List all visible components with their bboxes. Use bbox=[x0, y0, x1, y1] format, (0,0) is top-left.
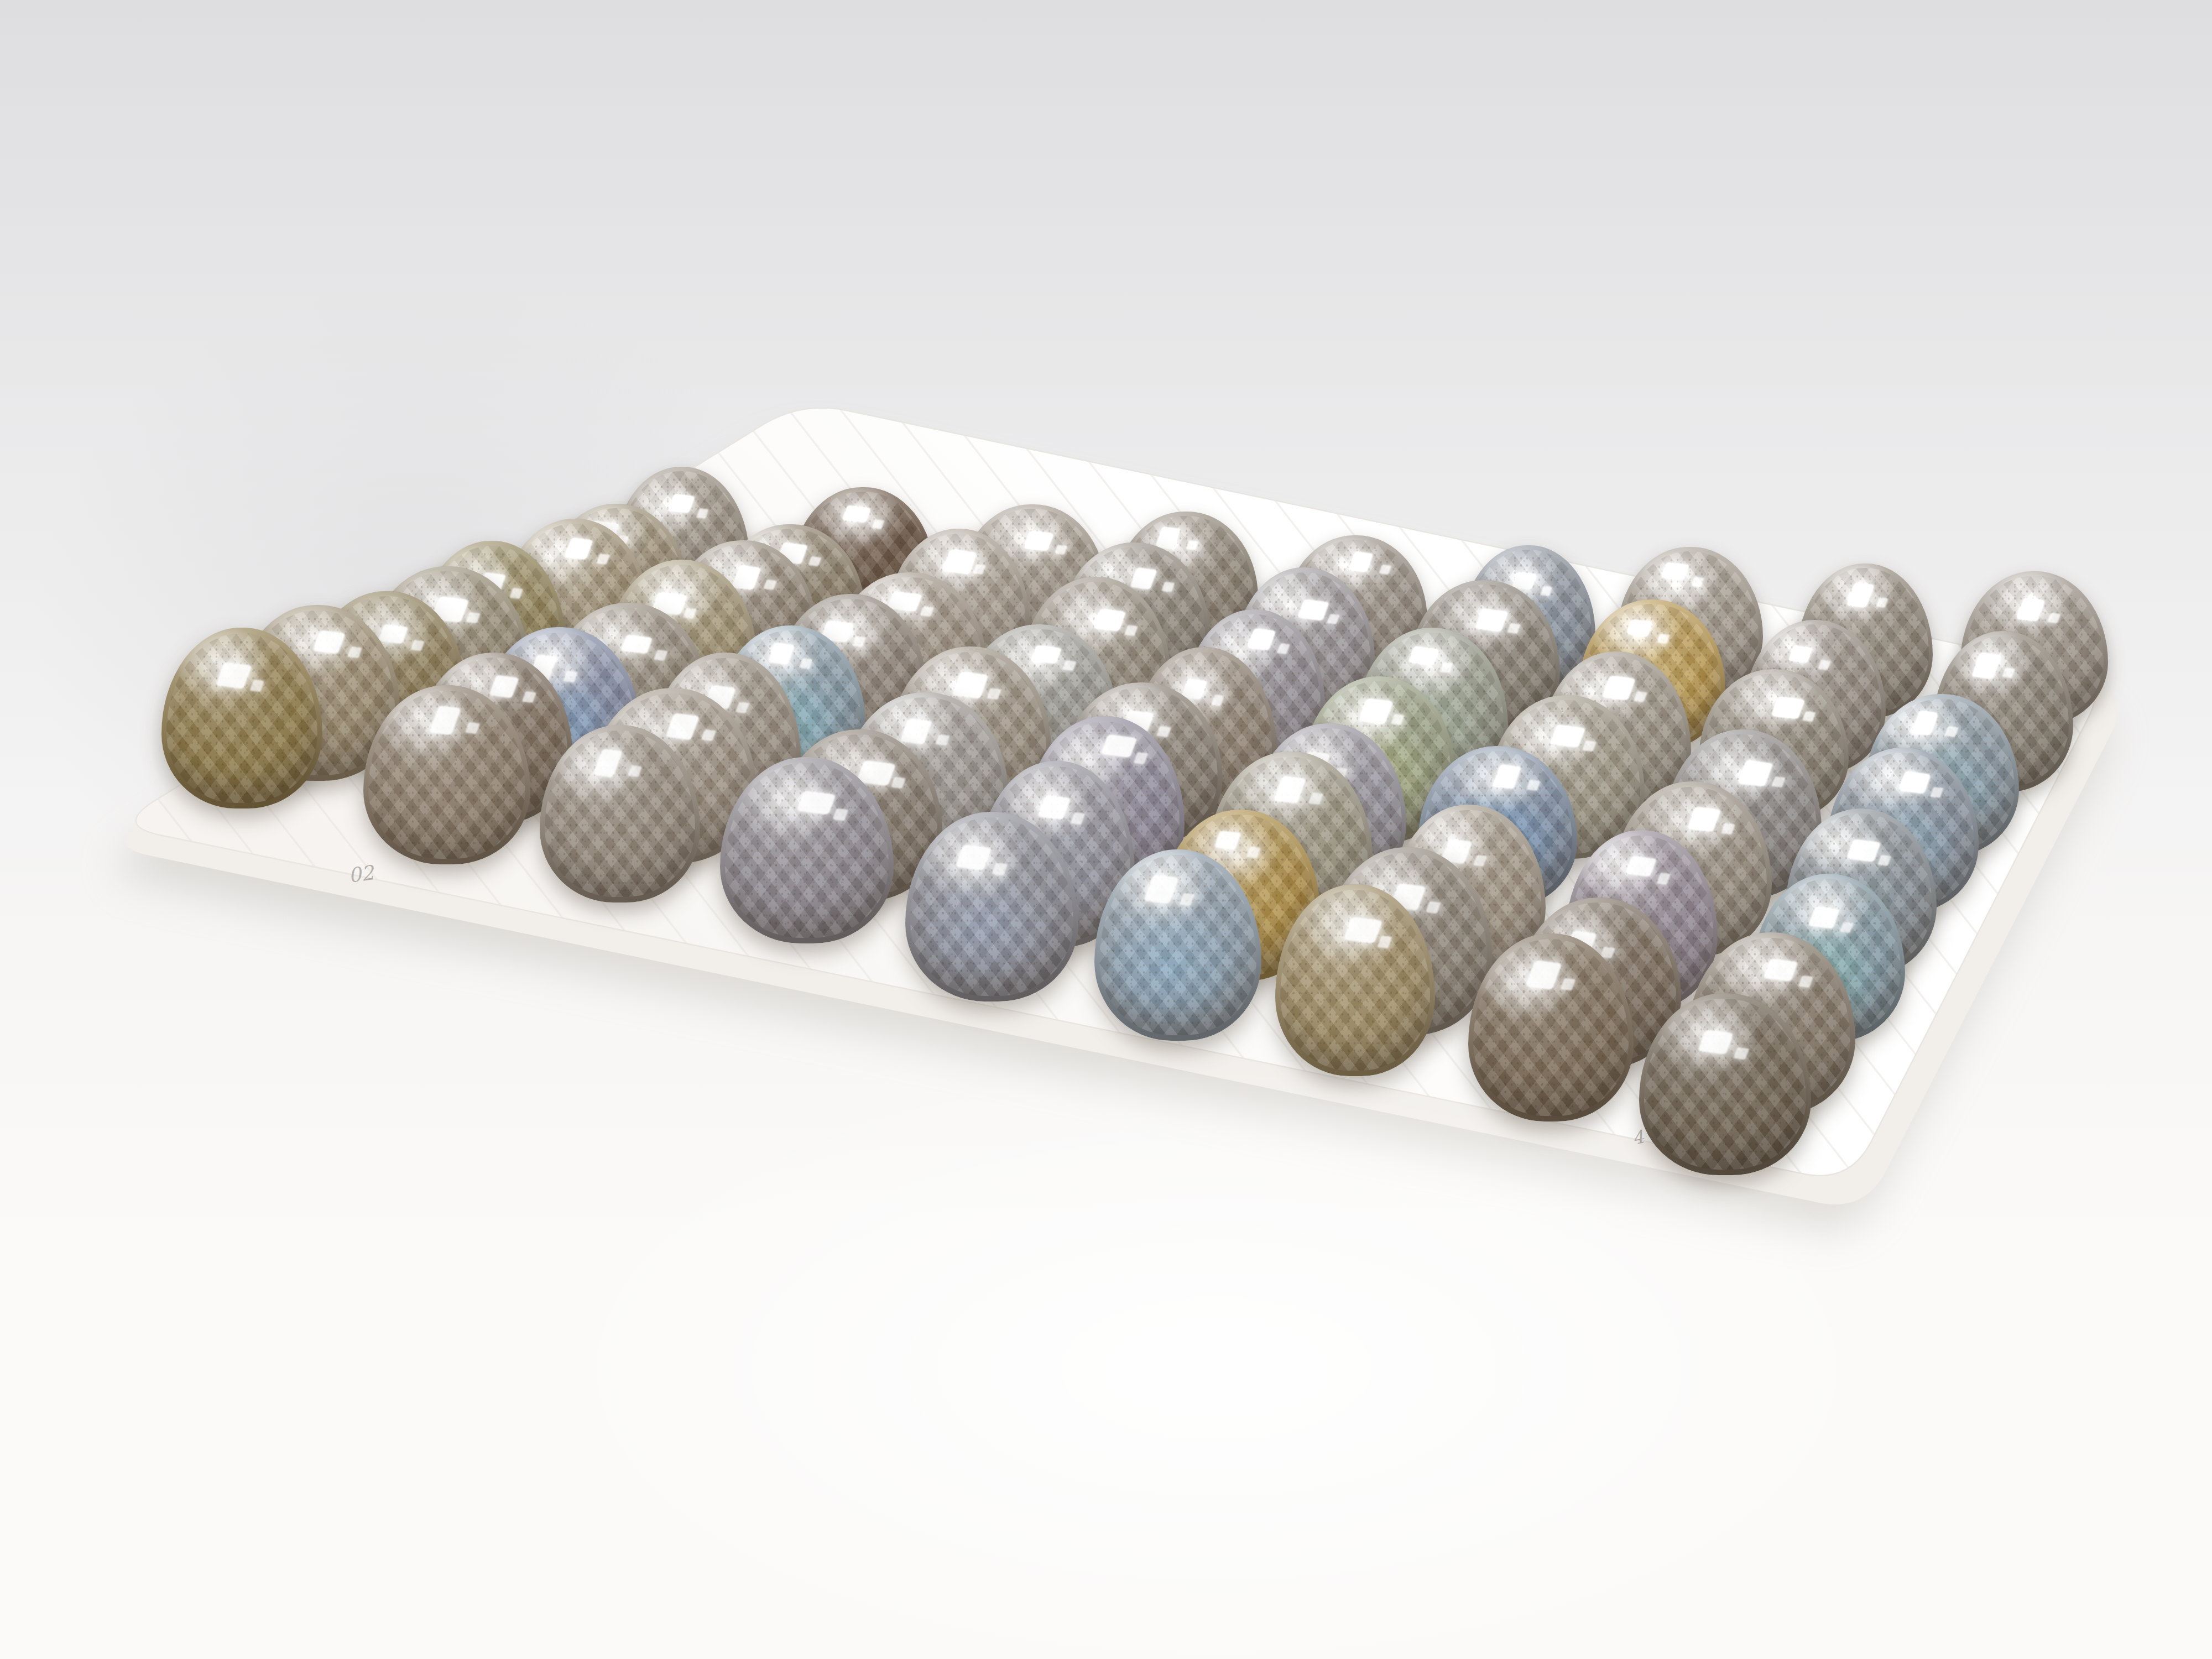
facet-highlight-small bbox=[1930, 787, 1944, 798]
gem-grid bbox=[0, 0, 2212, 1659]
facet-highlight-small bbox=[696, 508, 709, 519]
facet-highlight bbox=[1687, 806, 1721, 832]
facet-highlight-small bbox=[1070, 812, 1085, 825]
facet-highlight bbox=[955, 844, 992, 870]
facet-highlight-small bbox=[1124, 624, 1138, 635]
facet-highlight-small bbox=[1426, 901, 1441, 914]
facet-highlight-small bbox=[1246, 847, 1261, 858]
facet-highlight-small bbox=[852, 636, 866, 647]
facet-highlight-small bbox=[1877, 855, 1891, 866]
facet-highlight bbox=[888, 591, 923, 612]
facet-highlight-small bbox=[347, 646, 362, 658]
facet-highlight bbox=[1297, 599, 1330, 621]
facet-highlight bbox=[1408, 646, 1439, 666]
facet-highlight bbox=[1214, 831, 1241, 851]
facet-highlight-small bbox=[1839, 922, 1853, 933]
facet-highlight-small bbox=[1473, 855, 1488, 867]
facet-highlight-small bbox=[1211, 695, 1224, 706]
facet-highlight bbox=[1738, 760, 1773, 787]
facet-highlight-small bbox=[1379, 565, 1391, 575]
facet-highlight-small bbox=[799, 658, 813, 669]
facet-highlight-small bbox=[1391, 714, 1405, 725]
facet-highlight-small bbox=[250, 680, 265, 692]
facet-highlight-small bbox=[1582, 740, 1597, 752]
facet-highlight-small bbox=[872, 519, 884, 529]
facet-highlight-small bbox=[920, 606, 934, 617]
photo-scene: 024 bbox=[0, 0, 2212, 1659]
facet-highlight bbox=[900, 718, 932, 745]
facet-highlight-small bbox=[1798, 975, 1813, 988]
facet-highlight bbox=[1625, 855, 1657, 877]
facet-highlight-small bbox=[2002, 667, 2015, 678]
facet-highlight-small bbox=[1377, 936, 1392, 948]
facet-highlight bbox=[312, 630, 346, 654]
facet-highlight bbox=[1030, 645, 1062, 664]
facet-highlight-small bbox=[992, 862, 1008, 875]
facet-highlight bbox=[1846, 582, 1874, 608]
facet-highlight bbox=[1846, 839, 1881, 862]
facet-highlight bbox=[564, 538, 593, 560]
facet-highlight bbox=[1626, 619, 1653, 637]
facet-highlight bbox=[1130, 567, 1157, 589]
facet-highlight-small bbox=[1439, 662, 1453, 673]
facet-highlight bbox=[1144, 875, 1179, 905]
facet-highlight-small bbox=[1634, 691, 1647, 702]
facet-highlight-small bbox=[987, 688, 1001, 700]
facet-highlight bbox=[1273, 775, 1306, 804]
facet-highlight bbox=[1771, 696, 1806, 719]
facet-highlight bbox=[1343, 917, 1383, 943]
facet-highlight-small bbox=[596, 554, 610, 565]
facet-highlight bbox=[1763, 958, 1798, 982]
facet-highlight bbox=[1358, 698, 1394, 724]
facet-highlight bbox=[1525, 960, 1562, 989]
facet-highlight-small bbox=[466, 612, 481, 623]
facet-highlight bbox=[620, 634, 653, 654]
facet-highlight-small bbox=[1062, 660, 1076, 670]
facet-highlight-small bbox=[1161, 582, 1175, 592]
facet-highlight bbox=[1100, 734, 1137, 758]
facet-highlight-small bbox=[891, 777, 906, 789]
facet-highlight bbox=[1492, 764, 1522, 790]
facet-highlight-small bbox=[522, 691, 536, 703]
facet-highlight bbox=[593, 749, 623, 778]
facet-highlight bbox=[2016, 598, 2045, 622]
facet-highlight bbox=[1093, 609, 1126, 632]
facet-highlight bbox=[1788, 645, 1813, 663]
facet-highlight-small bbox=[1540, 586, 1552, 596]
facet-highlight bbox=[1475, 608, 1509, 632]
facet-highlight-small bbox=[1186, 540, 1199, 550]
facet-highlight-small bbox=[1561, 978, 1576, 990]
facet-highlight bbox=[797, 791, 836, 815]
facet-highlight bbox=[1037, 795, 1071, 820]
facet-highlight bbox=[429, 705, 462, 734]
facet-highlight-small bbox=[1656, 634, 1670, 644]
facet-highlight bbox=[1348, 551, 1373, 572]
facet-highlight bbox=[1661, 562, 1689, 581]
facet-highlight-small bbox=[1818, 660, 1830, 670]
facet-highlight-small bbox=[735, 702, 750, 713]
facet-highlight bbox=[942, 549, 978, 575]
facet-highlight bbox=[1698, 1030, 1734, 1055]
facet-highlight bbox=[732, 565, 761, 591]
facet-highlight bbox=[665, 713, 700, 740]
facet-highlight-small bbox=[465, 722, 481, 734]
facet-highlight-small bbox=[808, 556, 821, 566]
facet-highlight-small bbox=[628, 765, 643, 778]
facet-highlight-small bbox=[1771, 776, 1786, 788]
facet-highlight bbox=[1808, 906, 1840, 929]
facet-highlight-small bbox=[1692, 577, 1705, 587]
facet-highlight-small bbox=[1600, 946, 1615, 958]
facet-highlight bbox=[952, 671, 989, 698]
facet-highlight bbox=[1898, 771, 1932, 794]
facet-highlight-small bbox=[410, 640, 425, 651]
facet-highlight bbox=[1155, 526, 1181, 549]
facet-highlight bbox=[378, 624, 408, 644]
facet-highlight-small bbox=[1308, 792, 1323, 805]
facet-highlight-small bbox=[1734, 1047, 1749, 1059]
facet-highlight-small bbox=[1055, 545, 1068, 555]
facet-highlight-small bbox=[973, 564, 986, 575]
facet-highlight-small bbox=[833, 808, 849, 821]
facet-highlight-small bbox=[563, 671, 578, 683]
facet-highlight bbox=[768, 643, 795, 665]
facet-highlight-small bbox=[1134, 752, 1149, 764]
facet-highlight bbox=[1247, 628, 1276, 650]
facet-highlight bbox=[842, 505, 871, 523]
facet-highlight bbox=[1512, 571, 1537, 589]
facet-highlight bbox=[1911, 711, 1939, 735]
facet-highlight-small bbox=[701, 729, 716, 741]
facet-highlight-small bbox=[1721, 823, 1735, 834]
facet-highlight-small bbox=[1327, 614, 1339, 624]
facet-highlight-small bbox=[1277, 643, 1290, 654]
facet-highlight-small bbox=[1802, 711, 1815, 722]
facet-highlight-small bbox=[1180, 893, 1195, 905]
facet-highlight-small bbox=[763, 580, 776, 590]
facet-highlight-small bbox=[654, 650, 668, 661]
facet-highlight bbox=[668, 493, 695, 513]
facet-highlight-small bbox=[935, 734, 950, 746]
facet-highlight-small bbox=[1526, 780, 1541, 791]
facet-highlight-small bbox=[2047, 613, 2060, 623]
facet-highlight bbox=[1024, 531, 1054, 551]
facet-highlight bbox=[1971, 652, 2002, 679]
facet-highlight-small bbox=[509, 588, 523, 599]
facet-highlight-small bbox=[1156, 726, 1171, 737]
facet-highlight-small bbox=[1944, 726, 1958, 737]
facet-highlight bbox=[1550, 724, 1585, 748]
facet-highlight-small bbox=[1657, 873, 1671, 885]
facet-highlight-small bbox=[683, 608, 697, 619]
facet-highlight bbox=[216, 662, 252, 689]
facet-highlight bbox=[1602, 675, 1636, 700]
facet-highlight-small bbox=[1876, 597, 1888, 608]
facet-highlight-small bbox=[1507, 623, 1521, 634]
facet-highlight bbox=[489, 675, 519, 698]
